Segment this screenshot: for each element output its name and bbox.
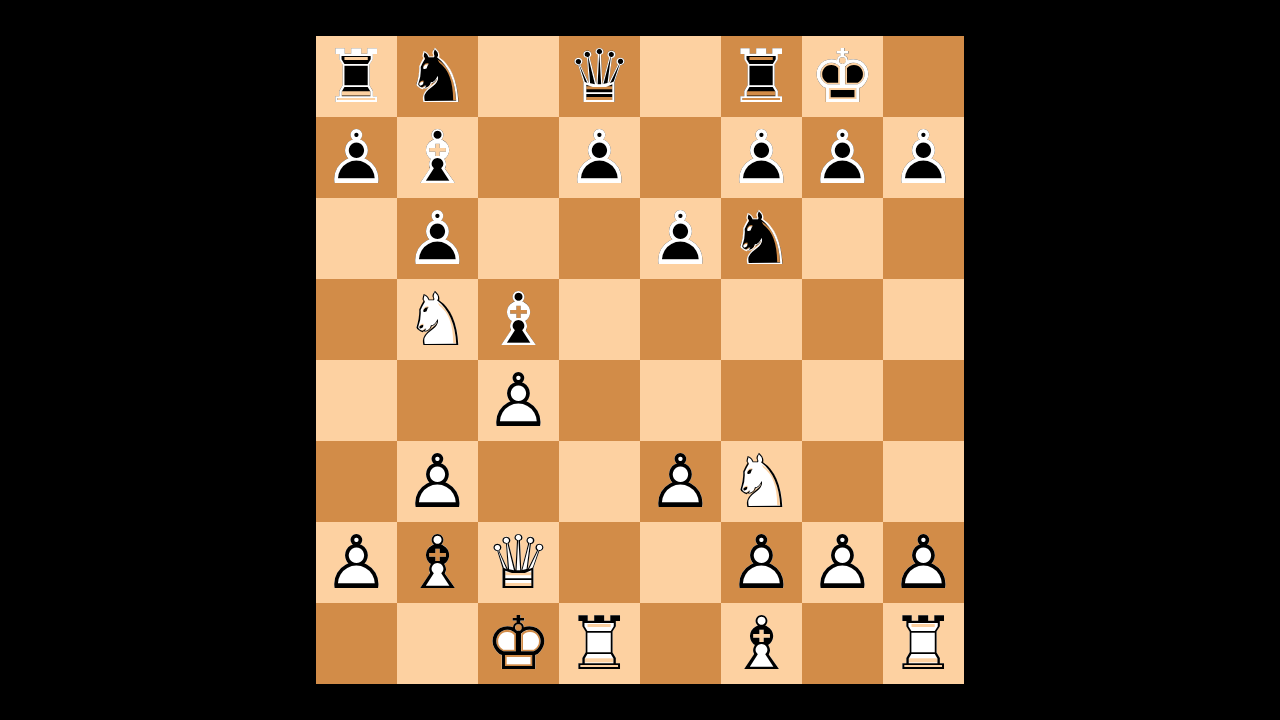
piece-glyph-outline: ♙ bbox=[397, 198, 478, 279]
video-frame: ♜♖♞♘♛♕♜♖♚♔♟♙♝♗♟♙♟♙♟♙♟♙♟♙♟♙♞♘♞♘♝♗♟♙♟♙♟♙♞♘… bbox=[0, 0, 1280, 720]
piece-glyph-outline: ♘ bbox=[397, 279, 478, 360]
piece-glyph-outline: ♗ bbox=[478, 279, 559, 360]
piece-glyph-outline: ♙ bbox=[316, 522, 397, 603]
square-h5[interactable] bbox=[883, 279, 964, 360]
square-e6[interactable]: ♟♙ bbox=[640, 198, 721, 279]
piece-black-queen: ♛♕ bbox=[559, 36, 640, 117]
piece-glyph-outline: ♙ bbox=[721, 117, 802, 198]
piece-white-pawn: ♟♙ bbox=[802, 522, 883, 603]
square-b2[interactable]: ♝♗ bbox=[397, 522, 478, 603]
square-f1[interactable]: ♝♗ bbox=[721, 603, 802, 684]
piece-glyph-outline: ♙ bbox=[883, 522, 964, 603]
piece-white-pawn: ♟♙ bbox=[397, 441, 478, 522]
piece-glyph-outline: ♗ bbox=[397, 522, 478, 603]
piece-glyph-outline: ♘ bbox=[721, 441, 802, 522]
square-f4[interactable] bbox=[721, 360, 802, 441]
piece-white-rook: ♜♖ bbox=[559, 603, 640, 684]
square-h6[interactable] bbox=[883, 198, 964, 279]
square-g1[interactable] bbox=[802, 603, 883, 684]
piece-glyph-outline: ♕ bbox=[559, 36, 640, 117]
square-a6[interactable] bbox=[316, 198, 397, 279]
square-h3[interactable] bbox=[883, 441, 964, 522]
square-b5[interactable]: ♞♘ bbox=[397, 279, 478, 360]
piece-black-pawn: ♟♙ bbox=[559, 117, 640, 198]
square-h4[interactable] bbox=[883, 360, 964, 441]
piece-white-bishop: ♝♗ bbox=[397, 522, 478, 603]
piece-white-pawn: ♟♙ bbox=[640, 441, 721, 522]
piece-white-knight: ♞♘ bbox=[397, 279, 478, 360]
square-g7[interactable]: ♟♙ bbox=[802, 117, 883, 198]
piece-white-knight: ♞♘ bbox=[721, 441, 802, 522]
square-h8[interactable] bbox=[883, 36, 964, 117]
square-a8[interactable]: ♜♖ bbox=[316, 36, 397, 117]
square-d1[interactable]: ♜♖ bbox=[559, 603, 640, 684]
chess-board: ♜♖♞♘♛♕♜♖♚♔♟♙♝♗♟♙♟♙♟♙♟♙♟♙♟♙♞♘♞♘♝♗♟♙♟♙♟♙♞♘… bbox=[316, 36, 964, 684]
square-h1[interactable]: ♜♖ bbox=[883, 603, 964, 684]
square-e3[interactable]: ♟♙ bbox=[640, 441, 721, 522]
piece-white-pawn: ♟♙ bbox=[316, 522, 397, 603]
piece-glyph-outline: ♙ bbox=[397, 441, 478, 522]
piece-glyph-outline: ♙ bbox=[721, 522, 802, 603]
piece-white-pawn: ♟♙ bbox=[883, 522, 964, 603]
piece-black-pawn: ♟♙ bbox=[721, 117, 802, 198]
square-b1[interactable] bbox=[397, 603, 478, 684]
square-e2[interactable] bbox=[640, 522, 721, 603]
square-d8[interactable]: ♛♕ bbox=[559, 36, 640, 117]
piece-glyph-outline: ♘ bbox=[721, 198, 802, 279]
piece-black-bishop: ♝♗ bbox=[397, 117, 478, 198]
piece-white-rook: ♜♖ bbox=[883, 603, 964, 684]
square-e4[interactable] bbox=[640, 360, 721, 441]
piece-glyph-outline: ♘ bbox=[397, 36, 478, 117]
piece-black-pawn: ♟♙ bbox=[883, 117, 964, 198]
piece-glyph-outline: ♙ bbox=[640, 441, 721, 522]
piece-black-bishop: ♝♗ bbox=[478, 279, 559, 360]
square-c6[interactable] bbox=[478, 198, 559, 279]
square-c4[interactable]: ♟♙ bbox=[478, 360, 559, 441]
piece-glyph-outline: ♙ bbox=[478, 360, 559, 441]
square-f3[interactable]: ♞♘ bbox=[721, 441, 802, 522]
piece-black-pawn: ♟♙ bbox=[316, 117, 397, 198]
square-a1[interactable] bbox=[316, 603, 397, 684]
piece-glyph-outline: ♔ bbox=[802, 36, 883, 117]
square-a3[interactable] bbox=[316, 441, 397, 522]
square-g8[interactable]: ♚♔ bbox=[802, 36, 883, 117]
square-a4[interactable] bbox=[316, 360, 397, 441]
square-d7[interactable]: ♟♙ bbox=[559, 117, 640, 198]
square-c7[interactable] bbox=[478, 117, 559, 198]
square-d4[interactable] bbox=[559, 360, 640, 441]
piece-black-pawn: ♟♙ bbox=[640, 198, 721, 279]
square-h7[interactable]: ♟♙ bbox=[883, 117, 964, 198]
square-f8[interactable]: ♜♖ bbox=[721, 36, 802, 117]
piece-black-pawn: ♟♙ bbox=[802, 117, 883, 198]
square-h2[interactable]: ♟♙ bbox=[883, 522, 964, 603]
square-c8[interactable] bbox=[478, 36, 559, 117]
square-a2[interactable]: ♟♙ bbox=[316, 522, 397, 603]
square-a7[interactable]: ♟♙ bbox=[316, 117, 397, 198]
piece-glyph-outline: ♙ bbox=[802, 117, 883, 198]
piece-white-king: ♚♔ bbox=[478, 603, 559, 684]
square-c3[interactable] bbox=[478, 441, 559, 522]
square-d6[interactable] bbox=[559, 198, 640, 279]
piece-black-rook: ♜♖ bbox=[721, 36, 802, 117]
piece-glyph-outline: ♙ bbox=[559, 117, 640, 198]
piece-glyph-outline: ♕ bbox=[478, 522, 559, 603]
square-c5[interactable]: ♝♗ bbox=[478, 279, 559, 360]
piece-glyph-outline: ♖ bbox=[559, 603, 640, 684]
square-d2[interactable] bbox=[559, 522, 640, 603]
piece-white-pawn: ♟♙ bbox=[721, 522, 802, 603]
piece-white-bishop: ♝♗ bbox=[721, 603, 802, 684]
square-d5[interactable] bbox=[559, 279, 640, 360]
square-c2[interactable]: ♛♕ bbox=[478, 522, 559, 603]
piece-white-queen: ♛♕ bbox=[478, 522, 559, 603]
piece-white-pawn: ♟♙ bbox=[478, 360, 559, 441]
square-e1[interactable] bbox=[640, 603, 721, 684]
piece-glyph-outline: ♔ bbox=[478, 603, 559, 684]
square-c1[interactable]: ♚♔ bbox=[478, 603, 559, 684]
square-e8[interactable] bbox=[640, 36, 721, 117]
piece-glyph-outline: ♗ bbox=[397, 117, 478, 198]
piece-glyph-outline: ♖ bbox=[316, 36, 397, 117]
piece-glyph-outline: ♙ bbox=[640, 198, 721, 279]
square-a5[interactable] bbox=[316, 279, 397, 360]
square-b7[interactable]: ♝♗ bbox=[397, 117, 478, 198]
piece-glyph-outline: ♗ bbox=[721, 603, 802, 684]
piece-glyph-outline: ♙ bbox=[802, 522, 883, 603]
piece-black-knight: ♞♘ bbox=[721, 198, 802, 279]
square-b6[interactable]: ♟♙ bbox=[397, 198, 478, 279]
square-g6[interactable] bbox=[802, 198, 883, 279]
square-g2[interactable]: ♟♙ bbox=[802, 522, 883, 603]
piece-glyph-outline: ♙ bbox=[316, 117, 397, 198]
piece-black-pawn: ♟♙ bbox=[397, 198, 478, 279]
square-f7[interactable]: ♟♙ bbox=[721, 117, 802, 198]
piece-black-knight: ♞♘ bbox=[397, 36, 478, 117]
square-f6[interactable]: ♞♘ bbox=[721, 198, 802, 279]
square-g4[interactable] bbox=[802, 360, 883, 441]
piece-glyph-outline: ♖ bbox=[721, 36, 802, 117]
square-e7[interactable] bbox=[640, 117, 721, 198]
square-g3[interactable] bbox=[802, 441, 883, 522]
piece-glyph-outline: ♙ bbox=[883, 117, 964, 198]
piece-glyph-outline: ♖ bbox=[883, 603, 964, 684]
square-d3[interactable] bbox=[559, 441, 640, 522]
square-f5[interactable] bbox=[721, 279, 802, 360]
square-e5[interactable] bbox=[640, 279, 721, 360]
square-b8[interactable]: ♞♘ bbox=[397, 36, 478, 117]
square-f2[interactable]: ♟♙ bbox=[721, 522, 802, 603]
square-g5[interactable] bbox=[802, 279, 883, 360]
piece-black-king: ♚♔ bbox=[802, 36, 883, 117]
square-b4[interactable] bbox=[397, 360, 478, 441]
square-b3[interactable]: ♟♙ bbox=[397, 441, 478, 522]
piece-black-rook: ♜♖ bbox=[316, 36, 397, 117]
